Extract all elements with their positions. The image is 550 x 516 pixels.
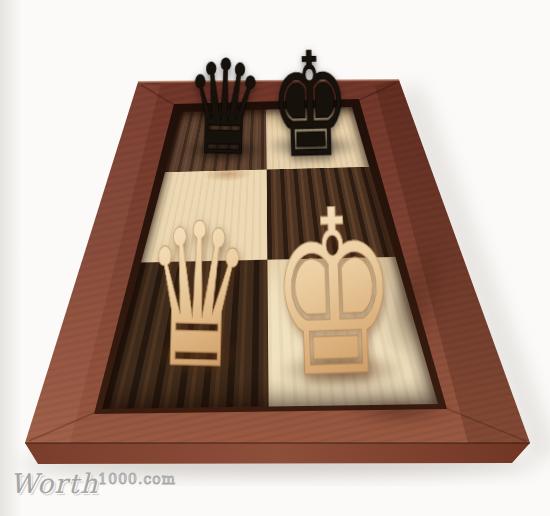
watermark-suffix: 1000.com bbox=[98, 471, 176, 487]
white-king[interactable]: ♚ bbox=[267, 178, 402, 410]
watermark: Worth1000.com bbox=[10, 468, 176, 499]
white-queen[interactable]: ♛ bbox=[142, 197, 254, 398]
watermark-script: Worth bbox=[10, 468, 98, 499]
black-queen[interactable]: ♛ bbox=[183, 42, 266, 174]
photo-canvas: ♛ ♚ ♛ ♚ Worth1000.com bbox=[0, 0, 550, 516]
scan-edge-shading bbox=[0, 0, 22, 516]
board-side-edge bbox=[25, 443, 530, 464]
black-king[interactable]: ♚ bbox=[269, 33, 352, 178]
